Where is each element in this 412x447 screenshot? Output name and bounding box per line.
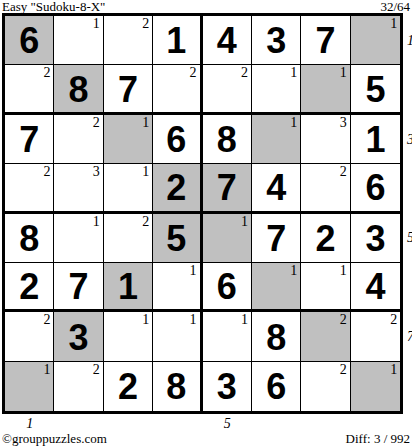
cell-r4c6[interactable]: 4 (252, 164, 301, 213)
pencil-mark: 1 (290, 263, 297, 278)
given-digit: 2 (118, 369, 138, 405)
cell-r1c7[interactable]: 7 (301, 16, 350, 65)
cell-r4c3[interactable]: 1 (104, 164, 153, 213)
cell-r8c5[interactable]: 3 (203, 362, 252, 411)
cell-r5c4[interactable]: 5 (153, 214, 202, 263)
pencil-mark: 2 (142, 214, 149, 229)
cell-r1c1[interactable]: 6 (5, 16, 54, 65)
cell-r6c1[interactable]: 2 (5, 263, 54, 312)
footer: ©grouppuzzles.com Diff: 3 / 992 (0, 432, 412, 447)
cell-r3c3[interactable]: 1 (104, 115, 153, 164)
header: Easy "Sudoku-8-X" 32/64 (0, 0, 412, 14)
cell-r7c7[interactable]: 2 (301, 312, 350, 361)
pencil-mark: 2 (93, 115, 100, 130)
cell-r8c4[interactable]: 8 (153, 362, 202, 411)
col-label-5: 5 (224, 417, 231, 431)
cell-counter: 32/64 (380, 0, 410, 14)
pencil-mark: 1 (290, 65, 297, 80)
row-label-7: 7 (407, 330, 412, 344)
cell-r5c7[interactable]: 2 (301, 214, 350, 263)
given-digit: 2 (316, 221, 336, 257)
pencil-mark: 1 (190, 312, 197, 327)
cell-r8c2[interactable]: 2 (54, 362, 103, 411)
cell-r3c5[interactable]: 8 (203, 115, 252, 164)
cell-r5c3[interactable]: 2 (104, 214, 153, 263)
pencil-mark: 1 (290, 115, 297, 130)
puzzle-title: Easy "Sudoku-8-X" (2, 0, 105, 14)
pencil-mark: 1 (390, 362, 397, 377)
cell-r4c8[interactable]: 6 (351, 164, 400, 213)
given-digit: 4 (217, 23, 237, 59)
cell-r3c2[interactable]: 2 (54, 115, 103, 164)
cell-r8c6[interactable]: 6 (252, 362, 301, 411)
difficulty: Diff: 3 / 992 (346, 432, 410, 447)
given-digit: 8 (166, 369, 186, 405)
pencil-mark: 1 (241, 312, 248, 327)
given-digit: 4 (266, 170, 286, 206)
pencil-mark: 2 (43, 312, 50, 327)
cell-r1c8[interactable]: 1 (351, 16, 400, 65)
pencil-mark: 2 (43, 65, 50, 80)
pencil-mark: 1 (142, 164, 149, 179)
cell-r7c6[interactable]: 8 (252, 312, 301, 361)
pencil-mark: 2 (142, 16, 149, 31)
cell-r1c4[interactable]: 1 (153, 16, 202, 65)
given-digit: 7 (19, 122, 39, 158)
pencil-mark: 2 (93, 362, 100, 377)
cell-r3c1[interactable]: 7 (5, 115, 54, 164)
given-digit: 6 (365, 170, 385, 206)
pencil-mark: 1 (340, 263, 347, 278)
pencil-mark: 1 (142, 312, 149, 327)
given-digit: 2 (166, 170, 186, 206)
given-digit: 7 (316, 23, 336, 59)
cell-r5c2[interactable]: 1 (54, 214, 103, 263)
row-label-1: 1 (407, 34, 412, 48)
cell-r6c3[interactable]: 1 (104, 263, 153, 312)
cell-r5c1[interactable]: 8 (5, 214, 54, 263)
given-digit: 3 (365, 221, 385, 257)
pencil-mark: 1 (390, 16, 397, 31)
pencil-mark: 2 (43, 164, 50, 179)
cell-r4c2[interactable]: 3 (54, 164, 103, 213)
pencil-mark: 1 (93, 214, 100, 229)
cell-r7c1[interactable]: 2 (5, 312, 54, 361)
given-digit: 1 (166, 23, 186, 59)
given-digit: 8 (266, 320, 286, 356)
cell-r3c6[interactable]: 1 (252, 115, 301, 164)
cell-r5c8[interactable]: 3 (351, 214, 400, 263)
pencil-mark: 2 (190, 65, 197, 80)
given-digit: 7 (69, 269, 89, 305)
pencil-mark: 2 (340, 164, 347, 179)
given-digit: 2 (19, 269, 39, 305)
cell-r2c7[interactable]: 1 (301, 65, 350, 114)
pencil-mark: 2 (390, 312, 397, 327)
given-digit: 5 (166, 221, 186, 257)
given-digit: 3 (266, 23, 286, 59)
pencil-mark: 3 (340, 115, 347, 130)
cell-r2c4[interactable]: 2 (153, 65, 202, 114)
cell-r4c4[interactable]: 2 (153, 164, 202, 213)
cell-r5c6[interactable]: 7 (252, 214, 301, 263)
sudoku-board: 6121437128722115721681312312742681251723… (2, 13, 403, 414)
cell-r7c8[interactable]: 2 (351, 312, 400, 361)
puzzle-page: Easy "Sudoku-8-X" 32/64 6121437128722115… (0, 0, 412, 447)
cell-r7c2[interactable]: 3 (54, 312, 103, 361)
pencil-mark: 1 (190, 263, 197, 278)
row-label-3: 3 (407, 133, 412, 147)
given-digit: 7 (118, 72, 138, 108)
given-digit: 8 (69, 72, 89, 108)
cell-r8c1[interactable]: 1 (5, 362, 54, 411)
pencil-mark: 2 (340, 362, 347, 377)
given-digit: 1 (118, 269, 138, 305)
cell-r3c8[interactable]: 1 (351, 115, 400, 164)
given-digit: 1 (365, 122, 385, 158)
cell-r6c8[interactable]: 4 (351, 263, 400, 312)
pencil-mark: 2 (241, 65, 248, 80)
given-digit: 8 (217, 122, 237, 158)
cell-r2c8[interactable]: 5 (351, 65, 400, 114)
pencil-mark: 3 (93, 164, 100, 179)
board-area: 6121437128722115721681312312742681251723… (2, 13, 412, 431)
cell-r1c5[interactable]: 4 (203, 16, 252, 65)
cell-r1c6[interactable]: 3 (252, 16, 301, 65)
row-label-5: 5 (407, 231, 412, 245)
given-digit: 3 (217, 369, 237, 405)
cell-r8c8[interactable]: 1 (351, 362, 400, 411)
cell-r6c2[interactable]: 7 (54, 263, 103, 312)
copyright: ©grouppuzzles.com (2, 432, 107, 447)
cell-r3c4[interactable]: 6 (153, 115, 202, 164)
given-digit: 7 (217, 170, 237, 206)
col-label-1: 1 (26, 417, 33, 431)
given-digit: 7 (266, 221, 286, 257)
pencil-mark: 1 (340, 65, 347, 80)
pencil-mark: 1 (241, 214, 248, 229)
given-digit: 6 (19, 23, 39, 59)
given-digit: 3 (69, 320, 89, 356)
cell-r2c1[interactable]: 2 (5, 65, 54, 114)
cell-r1c3[interactable]: 2 (104, 16, 153, 65)
cell-r1c2[interactable]: 1 (54, 16, 103, 65)
pencil-mark: 1 (142, 115, 149, 130)
cell-r4c1[interactable]: 2 (5, 164, 54, 213)
given-digit: 6 (217, 269, 237, 305)
cell-r6c7[interactable]: 1 (301, 263, 350, 312)
pencil-mark: 1 (43, 362, 50, 377)
given-digit: 8 (19, 221, 39, 257)
cell-r7c4[interactable]: 1 (153, 312, 202, 361)
given-digit: 5 (365, 72, 385, 108)
cell-r2c2[interactable]: 8 (54, 65, 103, 114)
cell-r7c3[interactable]: 1 (104, 312, 153, 361)
cell-r2c3[interactable]: 7 (104, 65, 153, 114)
cell-r4c7[interactable]: 2 (301, 164, 350, 213)
cell-r7c5[interactable]: 1 (203, 312, 252, 361)
given-digit: 4 (365, 269, 385, 305)
cell-r5c5[interactable]: 1 (203, 214, 252, 263)
cell-r6c5[interactable]: 6 (203, 263, 252, 312)
cell-r8c7[interactable]: 2 (301, 362, 350, 411)
cell-r4c5[interactable]: 7 (203, 164, 252, 213)
cell-r2c6[interactable]: 1 (252, 65, 301, 114)
cell-r6c6[interactable]: 1 (252, 263, 301, 312)
cell-r6c4[interactable]: 1 (153, 263, 202, 312)
pencil-mark: 2 (340, 312, 347, 327)
cell-r3c7[interactable]: 3 (301, 115, 350, 164)
pencil-mark: 1 (93, 16, 100, 31)
cell-r8c3[interactable]: 2 (104, 362, 153, 411)
given-digit: 6 (266, 369, 286, 405)
cell-r2c5[interactable]: 2 (203, 65, 252, 114)
given-digit: 6 (166, 122, 186, 158)
